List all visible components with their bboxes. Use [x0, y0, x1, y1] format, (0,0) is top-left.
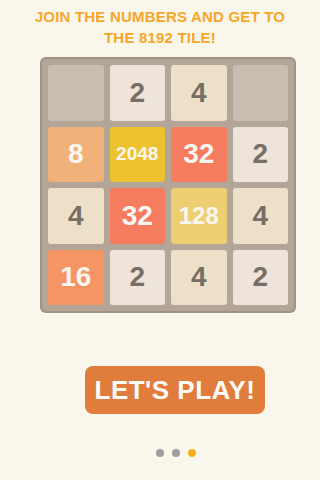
page-title: JOIN THE NUMBERS AND GET TO THE 8192 TIL…: [0, 6, 320, 48]
page-dot-2[interactable]: [172, 449, 180, 457]
game-board: 2482048322432128416242: [40, 57, 296, 313]
tile-16: 16: [48, 250, 104, 306]
tile-8: 8: [48, 127, 104, 183]
tile-4: 4: [48, 188, 104, 244]
tile-32: 32: [110, 188, 166, 244]
page-title-line2: THE 8192 TILE!: [0, 27, 320, 48]
tile-4: 4: [171, 65, 227, 121]
empty-cell: [48, 65, 104, 121]
tile-2: 2: [110, 250, 166, 306]
lets-play-button-label: LET'S PLAY!: [95, 375, 256, 406]
tile-4: 4: [171, 250, 227, 306]
empty-cell: [233, 65, 289, 121]
tile-2048: 2048: [110, 127, 166, 183]
tile-32: 32: [171, 127, 227, 183]
tile-2: 2: [110, 65, 166, 121]
tile-2: 2: [233, 127, 289, 183]
tutorial-screen: JOIN THE NUMBERS AND GET TO THE 8192 TIL…: [0, 0, 320, 480]
tile-4: 4: [233, 188, 289, 244]
page-dot-1[interactable]: [156, 449, 164, 457]
page-indicator: [156, 449, 196, 457]
page-title-line1: JOIN THE NUMBERS AND GET TO: [0, 6, 320, 27]
tile-2: 2: [233, 250, 289, 306]
lets-play-button[interactable]: LET'S PLAY!: [85, 366, 265, 414]
page-dot-3-active[interactable]: [188, 449, 196, 457]
tile-128: 128: [171, 188, 227, 244]
